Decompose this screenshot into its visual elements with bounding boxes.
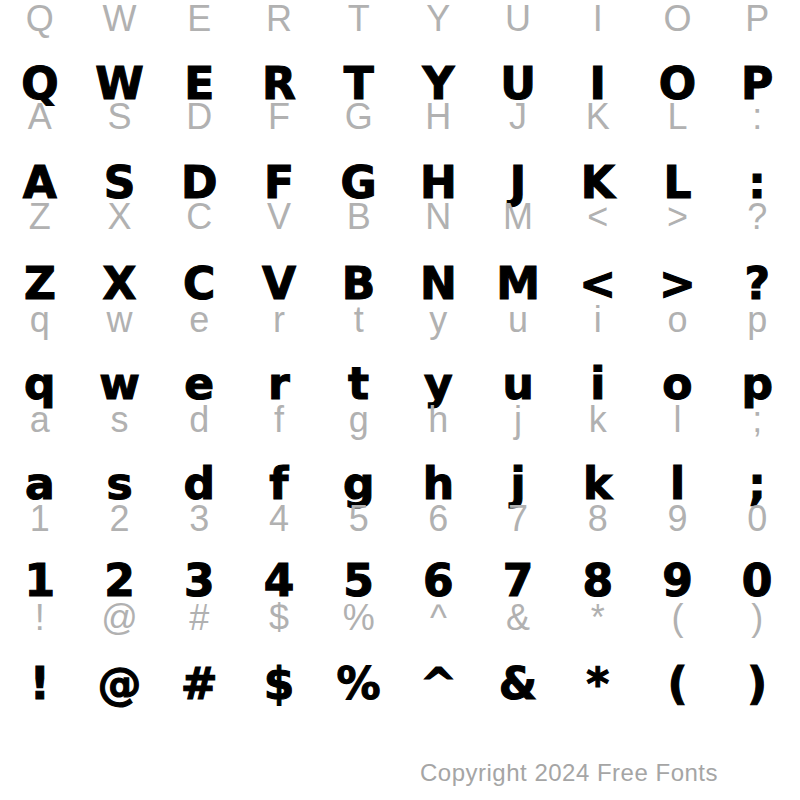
char-cell: 9: [638, 499, 718, 539]
char-cell: D: [159, 97, 239, 137]
char-cell: g: [319, 400, 399, 440]
char-cell: !: [0, 598, 80, 638]
char-cell: J: [478, 97, 558, 137]
char-cell: Z: [0, 197, 80, 237]
char-row-11-label: 1234567890: [0, 499, 797, 539]
char-cell: r: [239, 300, 319, 340]
char-cell: P: [717, 0, 797, 39]
char-cell: ;: [717, 400, 797, 440]
char-cell: #: [159, 598, 239, 638]
char-cell: 4: [239, 499, 319, 539]
char-cell: ^: [398, 598, 478, 638]
char-cell: 0: [717, 499, 797, 539]
copyright-text: Copyright 2024 Free Fonts: [420, 758, 718, 788]
char-row-14-glyph: !@#$%^&*(): [0, 656, 797, 712]
char-cell: 2: [80, 499, 160, 539]
char-cell: Q: [0, 0, 80, 39]
char-row-9-label: asdfghjkl;: [0, 400, 797, 440]
char-cell: X: [80, 197, 160, 237]
char-cell: A: [0, 97, 80, 137]
char-cell: Y: [398, 0, 478, 39]
char-cell: l: [638, 400, 718, 440]
char-cell: W: [80, 0, 160, 39]
char-row-5-label: ZXCVBNM<>?: [0, 197, 797, 237]
char-cell: :: [717, 97, 797, 137]
char-cell: R: [239, 0, 319, 39]
char-cell: K: [558, 97, 638, 137]
char-cell: @: [80, 598, 160, 638]
char-cell: $: [239, 656, 319, 712]
char-cell: %: [319, 598, 399, 638]
char-cell: 6: [398, 499, 478, 539]
char-cell: T: [319, 0, 399, 39]
char-cell: O: [638, 0, 718, 39]
char-cell: G: [319, 97, 399, 137]
char-cell: u: [478, 300, 558, 340]
char-cell: <: [558, 197, 638, 237]
char-cell: h: [398, 400, 478, 440]
char-cell: &: [478, 598, 558, 638]
char-cell: p: [717, 300, 797, 340]
char-cell: 3: [159, 499, 239, 539]
char-cell: 5: [319, 499, 399, 539]
char-cell: 7: [478, 499, 558, 539]
char-cell: $: [239, 598, 319, 638]
char-row-13-label: !@#$%^&*(): [0, 598, 797, 638]
char-cell: #: [159, 656, 239, 712]
char-cell: I: [558, 0, 638, 39]
char-cell: *: [558, 598, 638, 638]
char-cell: y: [398, 300, 478, 340]
char-cell: V: [239, 197, 319, 237]
char-cell: B: [319, 197, 399, 237]
char-cell: o: [638, 300, 718, 340]
char-cell: (: [638, 656, 718, 712]
char-cell: a: [0, 400, 80, 440]
character-map-board: Copyright 2024 Free Fonts QWERTYUIOPQWER…: [0, 0, 800, 800]
char-cell: @: [80, 656, 160, 712]
char-cell: S: [80, 97, 160, 137]
char-cell: L: [638, 97, 718, 137]
char-cell: E: [159, 0, 239, 39]
char-cell: N: [398, 197, 478, 237]
char-row-1-label: QWERTYUIOP: [0, 0, 797, 39]
char-cell: *: [558, 656, 638, 712]
char-cell: ^: [398, 656, 478, 712]
char-cell: e: [159, 300, 239, 340]
char-cell: i: [558, 300, 638, 340]
char-cell: s: [80, 400, 160, 440]
char-cell: k: [558, 400, 638, 440]
char-cell: C: [159, 197, 239, 237]
char-cell: t: [319, 300, 399, 340]
char-cell: F: [239, 97, 319, 137]
char-cell: H: [398, 97, 478, 137]
char-row-3-label: ASDFGHJKL:: [0, 97, 797, 137]
char-cell: 1: [0, 499, 80, 539]
char-cell: ): [717, 598, 797, 638]
char-cell: U: [478, 0, 558, 39]
char-cell: !: [0, 656, 80, 712]
char-cell: ?: [717, 197, 797, 237]
char-cell: &: [478, 656, 558, 712]
char-cell: 8: [558, 499, 638, 539]
char-row-7-label: qwertyuiop: [0, 300, 797, 340]
char-cell: w: [80, 300, 160, 340]
char-cell: f: [239, 400, 319, 440]
char-cell: j: [478, 400, 558, 440]
char-cell: d: [159, 400, 239, 440]
char-cell: ): [717, 656, 797, 712]
char-cell: >: [638, 197, 718, 237]
char-cell: M: [478, 197, 558, 237]
char-cell: q: [0, 300, 80, 340]
char-cell: %: [319, 656, 399, 712]
char-cell: (: [638, 598, 718, 638]
